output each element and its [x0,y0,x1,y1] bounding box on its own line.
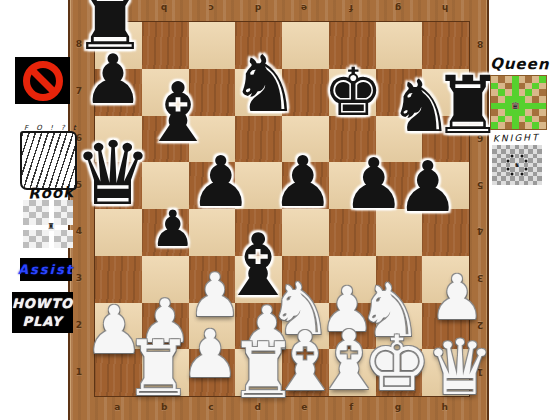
black-pawn-b4[interactable]: ♟ [151,204,196,254]
knight-moves-thumbnail[interactable]: ♞ [492,145,542,185]
thumb-piece-icon: ♜ [47,222,55,230]
square-b8[interactable] [142,22,189,69]
knight-move-dot [520,155,523,158]
knight-move-dot [506,159,509,162]
how-to-play-line1: HOWTO [12,295,73,313]
thumb-cell [537,181,542,185]
knight-label: KNIGHT [493,132,540,144]
rank-label-right-5: 5 [477,180,483,190]
black-knight-d7[interactable]: ♞ [230,45,300,123]
white-king-g1[interactable]: ♚ [363,326,431,402]
file-label-top-e: e [301,3,307,13]
assist-label: Assist [18,262,74,277]
sketch-thumbnail[interactable]: F O ! ? t [20,131,77,190]
rank-label-right-4: 4 [477,226,483,236]
how-to-play-button[interactable]: HOWTO PLAY [12,292,73,333]
how-to-play-line2: PLAY [22,313,62,331]
no-entry-icon[interactable] [15,57,70,104]
rank-label-right-8: 8 [477,39,483,49]
thumb-piece-icon: ♞ [514,162,520,168]
thumb-piece-icon: ♛ [511,101,519,110]
black-pawn-a7[interactable]: ♟ [83,46,144,114]
rook-moves-thumbnail[interactable]: ♜ [23,200,73,248]
black-pawn-h5[interactable]: ♟ [397,152,460,222]
queen-label: Queen [490,54,550,73]
black-pawn-e5[interactable]: ♟ [272,147,335,217]
black-king-f7[interactable]: ♚ [323,60,382,126]
assist-button[interactable]: Assist [20,258,72,281]
thumb-cell [67,242,73,248]
knight-move-dot [511,172,514,175]
white-pawn-h3[interactable]: ♟ [429,267,485,329]
black-pawn-c5[interactable]: ♟ [190,147,253,217]
knight-move-dot [520,172,523,175]
rank-label-left-3: 3 [76,273,82,283]
black-queen-a5[interactable]: ♛ [74,130,153,218]
file-label-top-b: b [161,3,167,13]
file-label-top-h: h [441,3,447,13]
knight-move-dot [525,168,528,171]
chess-app: aabbccddeeffgghh8877665544332211 ♜♟♝♛♞♟♟… [0,0,560,420]
rank-label-left-1: 1 [76,367,82,377]
rank-label-left-4: 4 [76,226,82,236]
white-queen-h1[interactable]: ♛ [426,330,494,406]
file-label-top-f: f [349,3,353,13]
knight-move-dot [506,168,509,171]
queen-moves-thumbnail[interactable]: ♛ [490,75,547,130]
file-label-bottom-c: c [208,402,213,412]
rank-label-left-2: 2 [76,320,82,330]
rank-label-left-7: 7 [76,86,82,96]
file-label-top-d: d [254,3,260,13]
square-c8[interactable] [189,22,236,69]
file-label-top-c: c [208,3,213,13]
sketch-scribble: F O ! ? t [24,124,79,132]
knight-move-dot [511,155,514,158]
file-label-top-g: g [395,3,401,13]
knight-move-dot [525,159,528,162]
file-label-bottom-a: a [114,402,120,412]
thumb-cell [539,122,546,129]
